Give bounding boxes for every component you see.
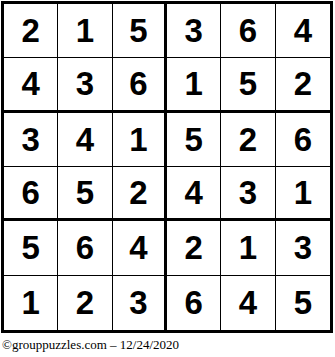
cell-r2c1: 4 [4, 58, 58, 112]
cell-r2c3: 6 [113, 58, 167, 112]
cell-r2c5: 5 [221, 58, 275, 112]
cell-r5c1: 5 [4, 221, 58, 275]
cell-r3c4: 5 [167, 113, 221, 167]
cell-r4c3: 2 [113, 167, 167, 221]
cell-r1c4: 3 [167, 4, 221, 58]
cell-r6c2: 2 [58, 276, 112, 330]
cell-r5c4: 2 [167, 221, 221, 275]
cell-r6c3: 3 [113, 276, 167, 330]
cell-r5c6: 3 [276, 221, 330, 275]
cell-r3c2: 4 [58, 113, 112, 167]
cell-r3c6: 6 [276, 113, 330, 167]
cell-r6c6: 5 [276, 276, 330, 330]
credit-text: ©grouppuzzles.com – 12/24/2020 [2, 337, 179, 353]
cell-r1c6: 4 [276, 4, 330, 58]
cell-r2c2: 3 [58, 58, 112, 112]
cell-r1c3: 5 [113, 4, 167, 58]
cell-r4c4: 4 [167, 167, 221, 221]
cell-r3c5: 2 [221, 113, 275, 167]
cell-r5c2: 6 [58, 221, 112, 275]
cell-r3c3: 1 [113, 113, 167, 167]
cell-r4c2: 5 [58, 167, 112, 221]
cell-r4c6: 1 [276, 167, 330, 221]
cell-r1c1: 2 [4, 4, 58, 58]
cell-r5c5: 1 [221, 221, 275, 275]
cell-r6c4: 6 [167, 276, 221, 330]
cell-r6c5: 4 [221, 276, 275, 330]
sudoku-board: 2 1 5 3 6 4 4 3 6 1 5 2 3 4 1 5 2 6 6 5 … [1, 1, 333, 333]
cell-r1c2: 1 [58, 4, 112, 58]
cell-r4c1: 6 [4, 167, 58, 221]
cell-r3c1: 3 [4, 113, 58, 167]
cell-r2c4: 1 [167, 58, 221, 112]
cell-r1c5: 6 [221, 4, 275, 58]
cell-r2c6: 2 [276, 58, 330, 112]
cell-r5c3: 4 [113, 221, 167, 275]
cell-r4c5: 3 [221, 167, 275, 221]
cell-r6c1: 1 [4, 276, 58, 330]
